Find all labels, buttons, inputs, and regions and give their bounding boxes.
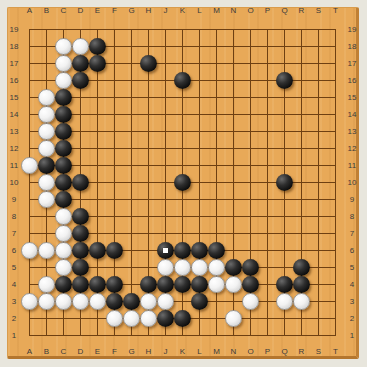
stone-black-K6 (174, 242, 191, 259)
stone-black-K10 (174, 174, 191, 191)
stone-black-E18 (89, 38, 106, 55)
stone-black-H4 (140, 276, 157, 293)
stone-white-R3 (293, 293, 310, 310)
stone-white-A11 (21, 157, 38, 174)
stone-white-N4 (225, 276, 242, 293)
stone-white-J3 (157, 293, 174, 310)
coord-top-C: C (61, 7, 67, 15)
coord-bottom-S: S (316, 348, 321, 356)
coord-left-12: 12 (10, 145, 19, 153)
stone-black-M6 (208, 242, 225, 259)
coord-left-2: 2 (12, 315, 16, 323)
coord-top-G: G (128, 7, 134, 15)
coord-right-5: 5 (350, 264, 354, 272)
coord-top-E: E (95, 7, 100, 15)
stone-black-L6 (191, 242, 208, 259)
stone-white-F2 (106, 310, 123, 327)
coord-left-10: 10 (10, 179, 19, 187)
stone-black-F4 (106, 276, 123, 293)
coord-right-14: 14 (348, 111, 357, 119)
coord-bottom-E: E (95, 348, 100, 356)
stone-black-F3 (106, 293, 123, 310)
grid-line-vertical (335, 29, 336, 336)
coord-left-4: 4 (12, 281, 16, 289)
coord-bottom-O: O (247, 348, 253, 356)
coord-left-19: 19 (10, 26, 19, 34)
stone-black-H17 (140, 55, 157, 72)
stone-black-E17 (89, 55, 106, 72)
stone-black-J4 (157, 276, 174, 293)
coord-bottom-C: C (61, 348, 67, 356)
stone-black-C9 (55, 191, 72, 208)
coord-bottom-D: D (78, 348, 84, 356)
stone-black-K4 (174, 276, 191, 293)
stone-black-D8 (72, 208, 89, 225)
stone-white-H3 (140, 293, 157, 310)
coord-top-Q: Q (281, 7, 287, 15)
coord-top-O: O (247, 7, 253, 15)
coord-top-J: J (164, 7, 168, 15)
coord-right-17: 17 (348, 60, 357, 68)
grid-line-horizontal (29, 335, 336, 336)
grid-line-vertical (267, 29, 268, 336)
coord-bottom-T: T (333, 348, 338, 356)
stone-black-D5 (72, 259, 89, 276)
stone-white-C17 (55, 55, 72, 72)
coord-right-16: 16 (348, 77, 357, 85)
stone-black-D17 (72, 55, 89, 72)
stone-white-B3 (38, 293, 55, 310)
stone-white-B6 (38, 242, 55, 259)
coord-bottom-G: G (128, 348, 134, 356)
coord-right-4: 4 (350, 281, 354, 289)
coord-right-8: 8 (350, 213, 354, 221)
stone-black-Q4 (276, 276, 293, 293)
stone-black-D10 (72, 174, 89, 191)
stone-white-H2 (140, 310, 157, 327)
coord-bottom-P: P (265, 348, 270, 356)
stone-black-D7 (72, 225, 89, 242)
coord-left-9: 9 (12, 196, 16, 204)
stone-black-C13 (55, 123, 72, 140)
stone-black-Q10 (276, 174, 293, 191)
stone-white-J5 (157, 259, 174, 276)
coord-right-10: 10 (348, 179, 357, 187)
grid-line-vertical (318, 29, 319, 336)
coord-left-14: 14 (10, 111, 19, 119)
coord-bottom-J: J (164, 348, 168, 356)
coord-left-11: 11 (10, 162, 18, 170)
coord-right-1: 1 (350, 332, 354, 340)
coord-bottom-H: H (146, 348, 152, 356)
stone-black-L4 (191, 276, 208, 293)
coord-bottom-R: R (299, 348, 305, 356)
stone-black-J2 (157, 310, 174, 327)
stone-black-C11 (55, 157, 72, 174)
stone-white-D18 (72, 38, 89, 55)
coord-top-P: P (265, 7, 270, 15)
stone-black-J6 (157, 242, 174, 259)
coord-bottom-K: K (180, 348, 185, 356)
coord-bottom-A: A (27, 348, 32, 356)
coord-top-D: D (78, 7, 84, 15)
stone-black-R5 (293, 259, 310, 276)
stone-white-Q3 (276, 293, 293, 310)
coord-top-L: L (197, 7, 201, 15)
stone-black-N5 (225, 259, 242, 276)
coord-left-5: 5 (12, 264, 16, 272)
coord-right-19: 19 (348, 26, 357, 34)
coord-top-H: H (146, 7, 152, 15)
coord-left-13: 13 (10, 128, 19, 136)
stone-white-C3 (55, 293, 72, 310)
coord-bottom-B: B (44, 348, 49, 356)
coord-top-A: A (27, 7, 32, 15)
stone-black-O4 (242, 276, 259, 293)
coord-right-13: 13 (348, 128, 357, 136)
stone-white-A3 (21, 293, 38, 310)
coord-right-12: 12 (348, 145, 357, 153)
coord-bottom-F: F (112, 348, 117, 356)
coord-left-15: 15 (10, 94, 19, 102)
stone-white-E3 (89, 293, 106, 310)
coord-left-3: 3 (12, 298, 16, 306)
stone-black-C15 (55, 89, 72, 106)
coord-bottom-M: M (213, 348, 220, 356)
stone-black-L3 (191, 293, 208, 310)
stone-black-D4 (72, 276, 89, 293)
stone-black-C12 (55, 140, 72, 157)
stone-white-B12 (38, 140, 55, 157)
coord-top-B: B (44, 7, 49, 15)
stone-black-D6 (72, 242, 89, 259)
stone-black-D16 (72, 72, 89, 89)
coord-right-7: 7 (350, 230, 354, 238)
stone-black-C14 (55, 106, 72, 123)
stone-white-M5 (208, 259, 225, 276)
stone-white-C8 (55, 208, 72, 225)
stone-white-G2 (123, 310, 140, 327)
coord-right-6: 6 (350, 247, 354, 255)
stone-white-L5 (191, 259, 208, 276)
stone-black-K2 (174, 310, 191, 327)
coord-top-M: M (213, 7, 220, 15)
stone-white-B4 (38, 276, 55, 293)
stone-black-G3 (123, 293, 140, 310)
coord-bottom-L: L (197, 348, 201, 356)
stone-white-C16 (55, 72, 72, 89)
stone-white-B13 (38, 123, 55, 140)
stone-black-E6 (89, 242, 106, 259)
stone-white-N2 (225, 310, 242, 327)
last-move-marker (163, 248, 168, 253)
coord-right-3: 3 (350, 298, 354, 306)
stone-white-B14 (38, 106, 55, 123)
stone-black-K16 (174, 72, 191, 89)
stone-white-C5 (55, 259, 72, 276)
coord-left-1: 1 (12, 332, 16, 340)
coord-right-15: 15 (348, 94, 357, 102)
coord-bottom-Q: Q (281, 348, 287, 356)
stone-white-B9 (38, 191, 55, 208)
coord-top-T: T (333, 7, 338, 15)
coord-left-7: 7 (12, 230, 16, 238)
stone-white-O3 (242, 293, 259, 310)
stone-white-C18 (55, 38, 72, 55)
coord-top-R: R (299, 7, 305, 15)
stone-black-E4 (89, 276, 106, 293)
coord-left-8: 8 (12, 213, 16, 221)
stone-black-R4 (293, 276, 310, 293)
coord-left-6: 6 (12, 247, 16, 255)
stone-white-B15 (38, 89, 55, 106)
stone-white-D3 (72, 293, 89, 310)
stone-white-C7 (55, 225, 72, 242)
coord-top-F: F (112, 7, 117, 15)
stone-white-M4 (208, 276, 225, 293)
coord-top-N: N (231, 7, 237, 15)
coord-top-K: K (180, 7, 185, 15)
stone-white-C6 (55, 242, 72, 259)
stone-white-K5 (174, 259, 191, 276)
stone-black-C4 (55, 276, 72, 293)
stone-black-O5 (242, 259, 259, 276)
coord-left-17: 17 (10, 60, 19, 68)
coord-left-16: 16 (10, 77, 19, 85)
coord-left-18: 18 (10, 43, 19, 51)
stone-white-B10 (38, 174, 55, 191)
coord-bottom-N: N (231, 348, 237, 356)
go-app-window: AABBCCDDEEFFGGHHJJKKLLMMNNOOPPQQRRSSTT19… (0, 0, 367, 367)
stone-black-B11 (38, 157, 55, 174)
coord-right-18: 18 (348, 43, 357, 51)
stone-black-Q16 (276, 72, 293, 89)
grid-line-horizontal (29, 199, 336, 200)
stone-black-F6 (106, 242, 123, 259)
coord-top-S: S (316, 7, 321, 15)
stone-black-C10 (55, 174, 72, 191)
stone-white-A6 (21, 242, 38, 259)
coord-right-11: 11 (348, 162, 356, 170)
coord-right-2: 2 (350, 315, 354, 323)
coord-right-9: 9 (350, 196, 354, 204)
